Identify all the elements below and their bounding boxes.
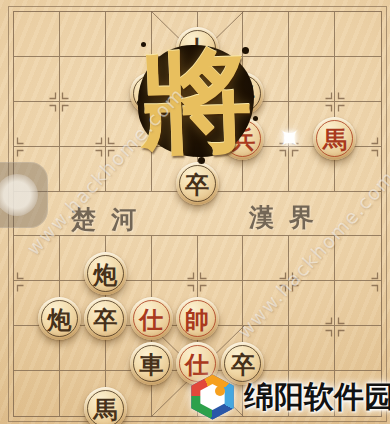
piece-glyph: 帥 — [185, 308, 209, 332]
piece-black-soldier[interactable]: 卒 — [176, 162, 219, 205]
piece-red-advisor[interactable]: 仕 — [130, 297, 173, 340]
board-cell — [198, 236, 244, 281]
piece-red-horse[interactable]: 馬 — [313, 117, 356, 160]
piece-glyph: 仕 — [139, 308, 163, 332]
piece-red-general[interactable]: 帥 — [176, 297, 219, 340]
piece-glyph: 兵 — [231, 128, 255, 152]
piece-glyph: 馬 — [323, 128, 347, 152]
piece-black-advisor[interactable]: 士 — [130, 72, 173, 115]
piece-glyph: 士 — [185, 38, 209, 62]
board-cell — [152, 236, 198, 281]
board-cell — [243, 236, 289, 281]
board-cell — [289, 12, 335, 57]
river-label-left: 楚河 — [71, 203, 151, 236]
piece-glyph: 炮 — [47, 308, 71, 332]
site-name-text: 绵阳软件园 — [244, 377, 390, 418]
board-cell — [60, 12, 106, 57]
board-cell — [289, 281, 335, 326]
piece-glyph: 車 — [139, 353, 163, 377]
piece-glyph: 將 — [231, 83, 255, 107]
board-cell — [14, 102, 60, 147]
board-cell — [14, 12, 60, 57]
board-cell — [14, 57, 60, 102]
board-cell — [289, 326, 335, 371]
board-cell — [60, 147, 106, 192]
board-cell — [106, 147, 152, 192]
piece-glyph: 卒 — [185, 173, 209, 197]
piece-glyph: 卒 — [93, 308, 117, 332]
site-watermark: 绵阳软件园 — [189, 371, 390, 423]
piece-glyph: 馬 — [93, 398, 117, 422]
board-cell — [335, 12, 381, 57]
board-cell — [335, 326, 381, 371]
xiangqi-game-screen: { "game": "xiangqi", "app": { "check_ban… — [0, 0, 390, 424]
board-cell — [60, 102, 106, 147]
board-cell — [289, 236, 335, 281]
piece-black-chariot[interactable]: 車 — [130, 342, 173, 385]
piece-glyph: 士 — [139, 83, 163, 107]
river-label-right: 漢界 — [249, 201, 329, 234]
piece-black-cannon[interactable]: 炮 — [38, 297, 81, 340]
piece-black-soldier[interactable]: 卒 — [84, 297, 127, 340]
piece-black-advisor[interactable]: 士 — [176, 27, 219, 70]
site-logo-icon — [189, 374, 236, 421]
board-cell — [289, 57, 335, 102]
board-cell — [335, 236, 381, 281]
board-cell — [60, 57, 106, 102]
board-cell — [335, 57, 381, 102]
board-cell — [243, 12, 289, 57]
board-cell — [14, 371, 60, 416]
piece-glyph: 炮 — [93, 263, 117, 287]
river-cell — [335, 192, 381, 237]
piece-black-cannon[interactable]: 炮 — [84, 252, 127, 295]
board-cell — [335, 281, 381, 326]
site-logo-hexagon — [189, 374, 236, 421]
piece-black-horse[interactable]: 馬 — [84, 387, 127, 424]
assistive-touch-knob — [0, 174, 38, 216]
board-cell — [243, 281, 289, 326]
site-logo-dot — [215, 386, 225, 396]
board-cell — [14, 236, 60, 281]
board-cell — [106, 12, 152, 57]
assistive-touch-button[interactable] — [0, 162, 48, 228]
